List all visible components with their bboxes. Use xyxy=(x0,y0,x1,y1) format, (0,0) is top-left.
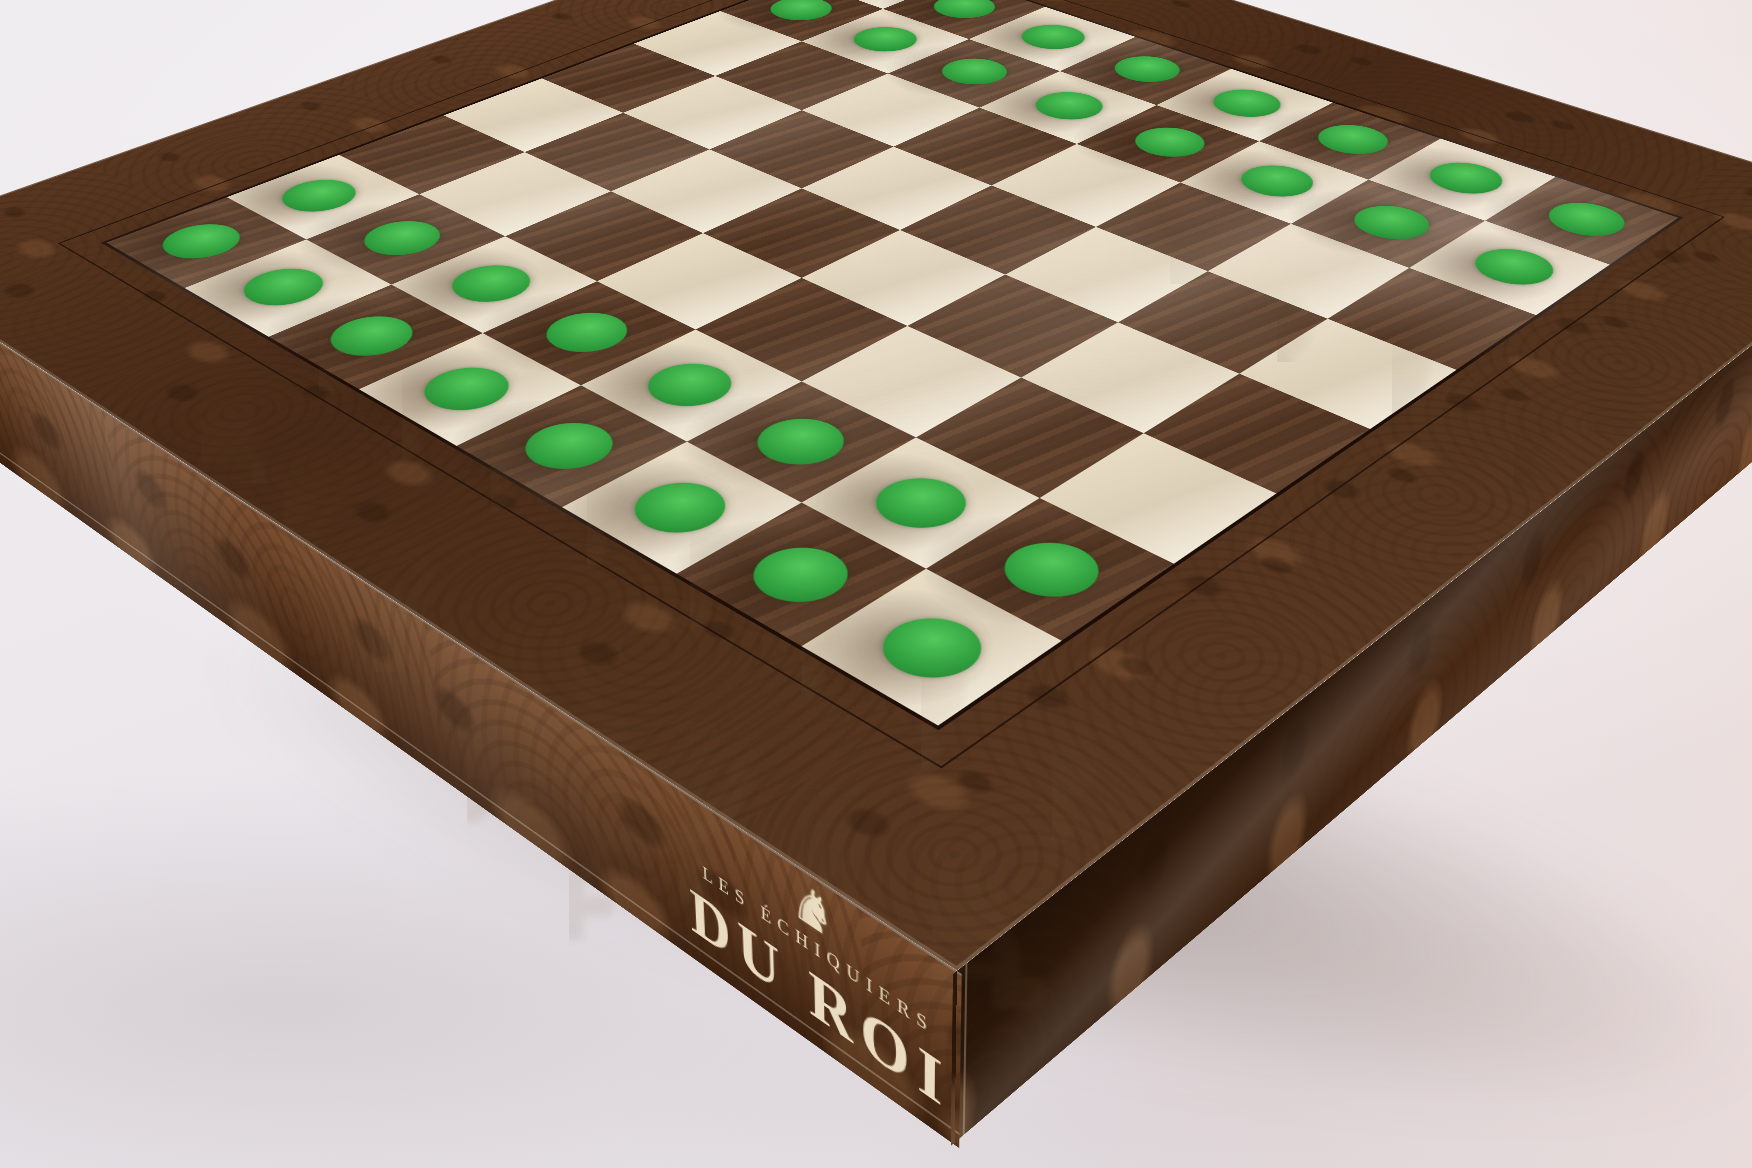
piece-glyph: ♟ xyxy=(1404,20,1625,267)
piece-glyph: ♜ xyxy=(754,249,1111,647)
